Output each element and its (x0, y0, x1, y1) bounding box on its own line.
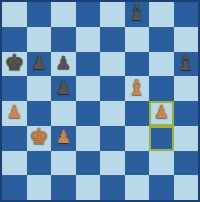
square-b1[interactable] (27, 175, 52, 200)
square-c7[interactable] (51, 27, 76, 52)
piece-white-bishop[interactable]: ♝ (127, 77, 147, 99)
square-c8[interactable] (51, 2, 76, 27)
square-g5[interactable] (149, 76, 174, 101)
square-g6[interactable] (149, 52, 174, 77)
square-c1[interactable] (51, 175, 76, 200)
square-a3[interactable] (2, 126, 27, 151)
square-c2[interactable] (51, 151, 76, 176)
square-e8[interactable] (100, 2, 125, 27)
square-a2[interactable] (2, 151, 27, 176)
square-b5[interactable] (27, 76, 52, 101)
square-b7[interactable] (27, 27, 52, 52)
square-g2[interactable] (149, 151, 174, 176)
square-b2[interactable] (27, 151, 52, 176)
square-h1[interactable] (174, 175, 199, 200)
square-a6[interactable]: ♚ (2, 52, 27, 77)
square-c6[interactable]: ♟ (51, 52, 76, 77)
square-f6[interactable] (125, 52, 150, 77)
square-g1[interactable] (149, 175, 174, 200)
square-b3[interactable]: ♚ (27, 126, 52, 151)
square-g4[interactable]: ♟ (149, 101, 174, 126)
square-d3[interactable] (76, 126, 101, 151)
square-c3[interactable]: ♟ (51, 126, 76, 151)
square-b6[interactable]: ♟ (27, 52, 52, 77)
square-h5[interactable] (174, 76, 199, 101)
piece-white-pawn[interactable]: ♟ (153, 103, 169, 121)
square-d6[interactable] (76, 52, 101, 77)
square-d2[interactable] (76, 151, 101, 176)
square-e4[interactable] (100, 101, 125, 126)
square-h8[interactable] (174, 2, 199, 27)
square-g7[interactable] (149, 27, 174, 52)
square-f4[interactable] (125, 101, 150, 126)
square-d7[interactable] (76, 27, 101, 52)
square-d4[interactable] (76, 101, 101, 126)
piece-black-pawn[interactable]: ♟ (55, 79, 71, 97)
square-d5[interactable] (76, 76, 101, 101)
square-a1[interactable] (2, 175, 27, 200)
piece-black-bishop[interactable]: ♝ (127, 2, 147, 24)
square-h6[interactable]: ♝ (174, 52, 199, 77)
square-g3[interactable] (149, 126, 174, 151)
square-e5[interactable] (100, 76, 125, 101)
square-d1[interactable] (76, 175, 101, 200)
square-f8[interactable]: ♝ (125, 2, 150, 27)
square-e2[interactable] (100, 151, 125, 176)
piece-black-pawn[interactable]: ♟ (31, 54, 47, 72)
square-e7[interactable] (100, 27, 125, 52)
square-f7[interactable] (125, 27, 150, 52)
square-a5[interactable] (2, 76, 27, 101)
piece-black-king[interactable]: ♚ (4, 52, 24, 74)
square-f5[interactable]: ♝ (125, 76, 150, 101)
square-h2[interactable] (174, 151, 199, 176)
square-h3[interactable] (174, 126, 199, 151)
piece-white-king[interactable]: ♚ (29, 126, 49, 148)
piece-white-pawn[interactable]: ♟ (6, 103, 22, 121)
square-b8[interactable] (27, 2, 52, 27)
square-e6[interactable] (100, 52, 125, 77)
chess-board: ♝♚♟♟♝♟♝♟♟♚♟ (2, 2, 198, 200)
piece-black-bishop[interactable]: ♝ (176, 52, 196, 74)
chess-board-frame: ♝♚♟♟♝♟♝♟♟♚♟ (0, 0, 200, 202)
square-c5[interactable]: ♟ (51, 76, 76, 101)
square-f3[interactable] (125, 126, 150, 151)
square-e1[interactable] (100, 175, 125, 200)
piece-black-pawn[interactable]: ♟ (55, 54, 71, 72)
square-f2[interactable] (125, 151, 150, 176)
square-h7[interactable] (174, 27, 199, 52)
square-c4[interactable] (51, 101, 76, 126)
square-h4[interactable] (174, 101, 199, 126)
square-a7[interactable] (2, 27, 27, 52)
square-e3[interactable] (100, 126, 125, 151)
square-a4[interactable]: ♟ (2, 101, 27, 126)
square-g8[interactable] (149, 2, 174, 27)
square-b4[interactable] (27, 101, 52, 126)
piece-white-pawn[interactable]: ♟ (55, 128, 71, 146)
square-d8[interactable] (76, 2, 101, 27)
square-f1[interactable] (125, 175, 150, 200)
square-a8[interactable] (2, 2, 27, 27)
